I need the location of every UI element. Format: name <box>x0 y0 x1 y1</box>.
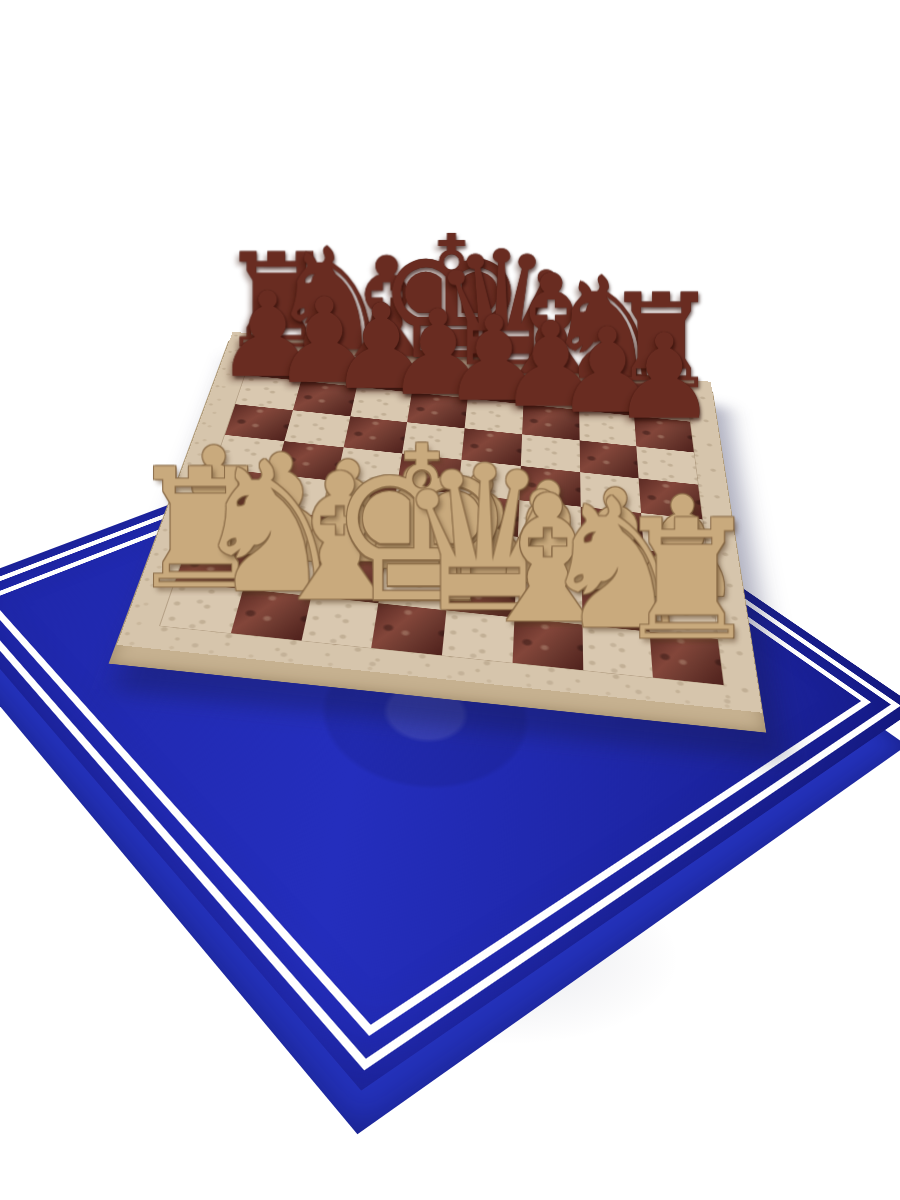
perspective-stage: ♜♞♝♚♛♝♞♜♟♟♟♟♟♟♟♟♟♟♟♟♟♟♟♟♜♞♝♚♛♝♞♜ <box>0 0 900 1200</box>
product-photo: ♜♞♝♚♛♝♞♜♟♟♟♟♟♟♟♟♟♟♟♟♟♟♟♟♜♞♝♚♛♝♞♜ <box>0 0 900 1200</box>
piece-cream-rook-h1: ♜ <box>603 497 770 662</box>
chess-board: ♜♞♝♚♛♝♞♜♟♟♟♟♟♟♟♟♟♟♟♟♟♟♟♟♜♞♝♚♛♝♞♜ <box>117 332 762 713</box>
